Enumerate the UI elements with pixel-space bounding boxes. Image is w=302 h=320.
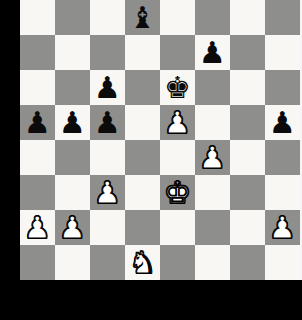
square-c7[interactable] <box>90 35 125 70</box>
square-g2[interactable] <box>230 210 265 245</box>
piece-white-pawn[interactable]: ♟ <box>199 140 226 175</box>
square-h3[interactable] <box>265 175 300 210</box>
square-d4[interactable] <box>125 140 160 175</box>
square-a1[interactable] <box>20 245 55 280</box>
square-a2[interactable]: ♟ <box>20 210 55 245</box>
square-f6[interactable] <box>195 70 230 105</box>
square-a6[interactable] <box>20 70 55 105</box>
square-h8[interactable] <box>265 0 300 35</box>
square-e2[interactable] <box>160 210 195 245</box>
piece-black-pawn[interactable]: ♟ <box>24 105 51 140</box>
square-c3[interactable]: ♟ <box>90 175 125 210</box>
square-g4[interactable] <box>230 140 265 175</box>
square-e7[interactable] <box>160 35 195 70</box>
square-f8[interactable] <box>195 0 230 35</box>
piece-white-pawn[interactable]: ♟ <box>164 105 191 140</box>
square-e3[interactable]: ♚ <box>160 175 195 210</box>
square-e4[interactable] <box>160 140 195 175</box>
square-f7[interactable]: ♟ <box>195 35 230 70</box>
square-a3[interactable] <box>20 175 55 210</box>
piece-black-pawn[interactable]: ♟ <box>94 105 121 140</box>
square-b8[interactable] <box>55 0 90 35</box>
square-g6[interactable] <box>230 70 265 105</box>
chess-board: ♝♟♟♚♟♟♟♟♟♟♟♚♟♟♟♞ <box>20 0 300 280</box>
piece-black-pawn[interactable]: ♟ <box>59 105 86 140</box>
bottom-black-bar <box>0 280 302 320</box>
square-f4[interactable]: ♟ <box>195 140 230 175</box>
board-right-edge-strip <box>300 0 302 280</box>
square-b4[interactable] <box>55 140 90 175</box>
square-d8[interactable]: ♝ <box>125 0 160 35</box>
square-g1[interactable] <box>230 245 265 280</box>
square-g5[interactable] <box>230 105 265 140</box>
piece-black-king[interactable]: ♚ <box>164 70 191 105</box>
piece-white-pawn[interactable]: ♟ <box>59 210 86 245</box>
square-b5[interactable]: ♟ <box>55 105 90 140</box>
square-b1[interactable] <box>55 245 90 280</box>
square-f5[interactable] <box>195 105 230 140</box>
chess-app-canvas: ♝♟♟♚♟♟♟♟♟♟♟♚♟♟♟♞ <box>0 0 302 320</box>
piece-black-pawn[interactable]: ♟ <box>94 70 121 105</box>
square-c4[interactable] <box>90 140 125 175</box>
square-e8[interactable] <box>160 0 195 35</box>
square-d2[interactable] <box>125 210 160 245</box>
piece-black-pawn[interactable]: ♟ <box>269 105 296 140</box>
square-e1[interactable] <box>160 245 195 280</box>
square-h2[interactable]: ♟ <box>265 210 300 245</box>
square-b6[interactable] <box>55 70 90 105</box>
square-b2[interactable]: ♟ <box>55 210 90 245</box>
square-b7[interactable] <box>55 35 90 70</box>
square-c8[interactable] <box>90 0 125 35</box>
left-black-band <box>0 0 20 280</box>
piece-white-king[interactable]: ♚ <box>164 175 191 210</box>
piece-white-pawn[interactable]: ♟ <box>94 175 121 210</box>
square-d6[interactable] <box>125 70 160 105</box>
piece-white-pawn[interactable]: ♟ <box>269 210 296 245</box>
square-g3[interactable] <box>230 175 265 210</box>
square-b3[interactable] <box>55 175 90 210</box>
square-f2[interactable] <box>195 210 230 245</box>
square-e6[interactable]: ♚ <box>160 70 195 105</box>
square-f1[interactable] <box>195 245 230 280</box>
square-g7[interactable] <box>230 35 265 70</box>
square-h4[interactable] <box>265 140 300 175</box>
square-h5[interactable]: ♟ <box>265 105 300 140</box>
square-c1[interactable] <box>90 245 125 280</box>
square-a7[interactable] <box>20 35 55 70</box>
square-h7[interactable] <box>265 35 300 70</box>
square-c6[interactable]: ♟ <box>90 70 125 105</box>
piece-white-knight[interactable]: ♞ <box>129 245 156 280</box>
square-f3[interactable] <box>195 175 230 210</box>
square-a8[interactable] <box>20 0 55 35</box>
square-d1[interactable]: ♞ <box>125 245 160 280</box>
square-d7[interactable] <box>125 35 160 70</box>
square-c2[interactable] <box>90 210 125 245</box>
square-a4[interactable] <box>20 140 55 175</box>
piece-white-pawn[interactable]: ♟ <box>24 210 51 245</box>
square-g8[interactable] <box>230 0 265 35</box>
piece-black-bishop[interactable]: ♝ <box>129 0 156 35</box>
square-h6[interactable] <box>265 70 300 105</box>
square-e5[interactable]: ♟ <box>160 105 195 140</box>
square-d5[interactable] <box>125 105 160 140</box>
square-c5[interactable]: ♟ <box>90 105 125 140</box>
piece-black-pawn[interactable]: ♟ <box>199 35 226 70</box>
square-h1[interactable] <box>265 245 300 280</box>
square-a5[interactable]: ♟ <box>20 105 55 140</box>
square-d3[interactable] <box>125 175 160 210</box>
